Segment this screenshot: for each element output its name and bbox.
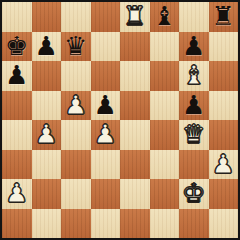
- piece-white-queen[interactable]: ♛: [182, 120, 205, 150]
- square-b3[interactable]: [32, 150, 62, 180]
- piece-black-pawn[interactable]: ♟: [94, 91, 117, 121]
- square-f2[interactable]: [150, 179, 180, 209]
- square-c6[interactable]: [61, 61, 91, 91]
- piece-black-king[interactable]: ♚: [5, 32, 28, 62]
- square-b5[interactable]: [32, 91, 62, 121]
- square-h4[interactable]: [209, 120, 239, 150]
- square-c4[interactable]: [61, 120, 91, 150]
- piece-white-pawn[interactable]: ♟: [5, 179, 28, 209]
- square-a4[interactable]: [2, 120, 32, 150]
- piece-black-bishop[interactable]: ♝: [153, 2, 176, 32]
- square-c2[interactable]: [61, 179, 91, 209]
- square-b7[interactable]: ♟: [32, 32, 62, 62]
- square-e5[interactable]: [120, 91, 150, 121]
- square-g5[interactable]: ♟: [179, 91, 209, 121]
- square-a6[interactable]: ♟: [2, 61, 32, 91]
- square-c7[interactable]: ♛: [61, 32, 91, 62]
- square-h6[interactable]: [209, 61, 239, 91]
- square-b8[interactable]: [32, 2, 62, 32]
- square-g3[interactable]: [179, 150, 209, 180]
- piece-white-bishop[interactable]: ♝: [182, 61, 205, 91]
- piece-black-pawn[interactable]: ♟: [35, 32, 58, 62]
- square-f3[interactable]: [150, 150, 180, 180]
- piece-black-pawn[interactable]: ♟: [182, 91, 205, 121]
- piece-white-pawn[interactable]: ♟: [94, 120, 117, 150]
- square-g1[interactable]: [179, 209, 209, 239]
- piece-white-king[interactable]: ♚: [182, 179, 205, 209]
- square-c3[interactable]: [61, 150, 91, 180]
- square-d3[interactable]: [91, 150, 121, 180]
- square-g8[interactable]: [179, 2, 209, 32]
- square-e6[interactable]: [120, 61, 150, 91]
- piece-black-queen[interactable]: ♛: [64, 32, 87, 62]
- square-a5[interactable]: [2, 91, 32, 121]
- square-b2[interactable]: [32, 179, 62, 209]
- square-a8[interactable]: [2, 2, 32, 32]
- square-g6[interactable]: ♝: [179, 61, 209, 91]
- square-g2[interactable]: ♚: [179, 179, 209, 209]
- square-b6[interactable]: [32, 61, 62, 91]
- square-f1[interactable]: [150, 209, 180, 239]
- square-f6[interactable]: [150, 61, 180, 91]
- square-e7[interactable]: [120, 32, 150, 62]
- square-a1[interactable]: [2, 209, 32, 239]
- square-a7[interactable]: ♚: [2, 32, 32, 62]
- square-h8[interactable]: ♜: [209, 2, 239, 32]
- square-e4[interactable]: [120, 120, 150, 150]
- square-b1[interactable]: [32, 209, 62, 239]
- square-d6[interactable]: [91, 61, 121, 91]
- square-e1[interactable]: [120, 209, 150, 239]
- square-e3[interactable]: [120, 150, 150, 180]
- piece-white-pawn[interactable]: ♟: [212, 150, 235, 180]
- piece-black-rook[interactable]: ♜: [212, 2, 235, 32]
- square-f5[interactable]: [150, 91, 180, 121]
- square-d8[interactable]: [91, 2, 121, 32]
- square-h2[interactable]: [209, 179, 239, 209]
- square-a2[interactable]: ♟: [2, 179, 32, 209]
- square-g7[interactable]: ♟: [179, 32, 209, 62]
- chess-board: ♜♝♜♚♟♛♟♟♝♟♟♟♟♟♛♟♟♚: [2, 2, 238, 238]
- square-d7[interactable]: [91, 32, 121, 62]
- square-f4[interactable]: [150, 120, 180, 150]
- piece-black-pawn[interactable]: ♟: [182, 32, 205, 62]
- square-e2[interactable]: [120, 179, 150, 209]
- square-b4[interactable]: ♟: [32, 120, 62, 150]
- chess-board-frame: ♜♝♜♚♟♛♟♟♝♟♟♟♟♟♛♟♟♚: [0, 0, 240, 240]
- square-d2[interactable]: [91, 179, 121, 209]
- piece-white-pawn[interactable]: ♟: [64, 91, 87, 121]
- square-a3[interactable]: [2, 150, 32, 180]
- square-h7[interactable]: [209, 32, 239, 62]
- square-g4[interactable]: ♛: [179, 120, 209, 150]
- square-f8[interactable]: ♝: [150, 2, 180, 32]
- square-f7[interactable]: [150, 32, 180, 62]
- square-c5[interactable]: ♟: [61, 91, 91, 121]
- square-d4[interactable]: ♟: [91, 120, 121, 150]
- square-c8[interactable]: [61, 2, 91, 32]
- piece-black-pawn[interactable]: ♟: [5, 61, 28, 91]
- square-c1[interactable]: [61, 209, 91, 239]
- square-d5[interactable]: ♟: [91, 91, 121, 121]
- piece-white-rook[interactable]: ♜: [123, 2, 146, 32]
- square-h3[interactable]: ♟: [209, 150, 239, 180]
- square-e8[interactable]: ♜: [120, 2, 150, 32]
- square-h1[interactable]: [209, 209, 239, 239]
- piece-white-pawn[interactable]: ♟: [35, 120, 58, 150]
- square-d1[interactable]: [91, 209, 121, 239]
- square-h5[interactable]: [209, 91, 239, 121]
